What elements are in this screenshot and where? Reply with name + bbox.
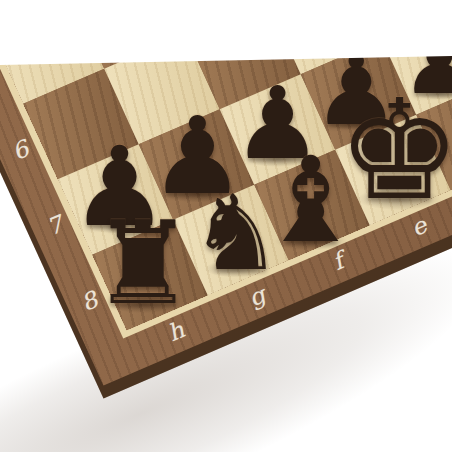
pieces-layer: ♟♟♟♟♚♟♝♞♜	[0, 0, 452, 452]
chessboard-photo-scene: 12345678hgfedcba ♟♟♟♟♚♟♝♞♜	[0, 0, 452, 452]
piece-black-knight-g8[interactable]: ♞	[189, 181, 282, 285]
piece-black-rook-h8[interactable]: ♜	[91, 206, 194, 321]
